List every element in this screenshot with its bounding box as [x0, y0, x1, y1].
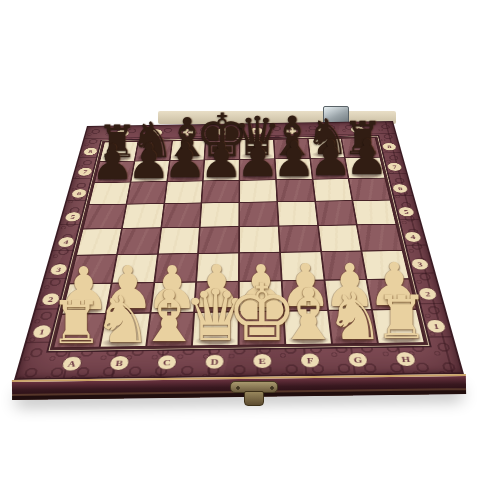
square-g5[interactable]: [316, 201, 356, 225]
square-e5[interactable]: [240, 202, 278, 226]
square-f4[interactable]: [279, 226, 320, 252]
square-b5[interactable]: [123, 204, 163, 228]
square-a4[interactable]: [77, 229, 121, 255]
piece-black-pawn-h7[interactable]: ♟: [343, 133, 392, 182]
square-a5[interactable]: [84, 205, 126, 229]
square-g4[interactable]: [319, 225, 361, 251]
square-d5[interactable]: [201, 203, 239, 227]
square-h5[interactable]: [354, 201, 396, 225]
square-b4[interactable]: [118, 228, 160, 254]
piece-white-rook-h1[interactable]: ♜: [372, 288, 432, 348]
clasp-tongue: [244, 391, 264, 406]
square-e4[interactable]: [240, 227, 279, 253]
square-f5[interactable]: [278, 202, 317, 226]
square-d4[interactable]: [199, 227, 238, 253]
square-c4[interactable]: [158, 228, 199, 254]
box-clasp: [230, 381, 278, 411]
square-h4[interactable]: [358, 225, 402, 251]
square-c5[interactable]: [162, 204, 201, 228]
chess-set-photo: AABBCCDDEEFFGGHH1122334455667788 ♜♞♝♚♛♝♞…: [0, 0, 500, 500]
